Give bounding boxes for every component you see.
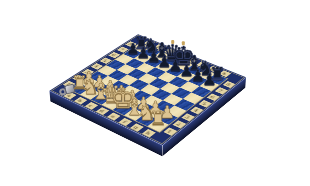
square-e2 (122, 97, 142, 109)
square-h5 (183, 92, 203, 104)
square-g3 (154, 100, 174, 112)
chess-set-photo: abcdefgh8877665544332211abcdefgh ♜♞♝♛♚♝♞… (0, 0, 310, 186)
square-f3 (143, 95, 163, 107)
square-f5 (160, 83, 180, 94)
square-e1 (113, 103, 134, 115)
square-d3 (120, 85, 140, 96)
square-d1 (102, 98, 122, 110)
square-g2 (145, 107, 166, 119)
square-h1 (148, 119, 169, 132)
square-g4 (163, 94, 183, 106)
square-h2 (157, 112, 178, 124)
square-f4 (151, 89, 171, 100)
square-f1 (124, 108, 145, 120)
board-surface: abcdefgh8877665544332211abcdefgh (49, 34, 246, 145)
square-g1 (136, 114, 157, 127)
square-c2 (100, 87, 120, 98)
square-e3 (131, 90, 151, 101)
square-g5 (171, 87, 191, 98)
square-h3 (166, 105, 187, 117)
square-d2 (111, 92, 131, 104)
square-h6 (191, 86, 211, 97)
square-c1 (91, 93, 111, 105)
chess-board-box: abcdefgh8877665544332211abcdefgh (49, 34, 246, 145)
board-grid: abcdefgh8877665544332211abcdefgh (49, 34, 246, 145)
square-e4 (140, 84, 160, 95)
square-b1 (80, 88, 100, 99)
square-h4 (174, 99, 194, 111)
square-f2 (134, 102, 155, 114)
clasp-body (64, 83, 76, 94)
